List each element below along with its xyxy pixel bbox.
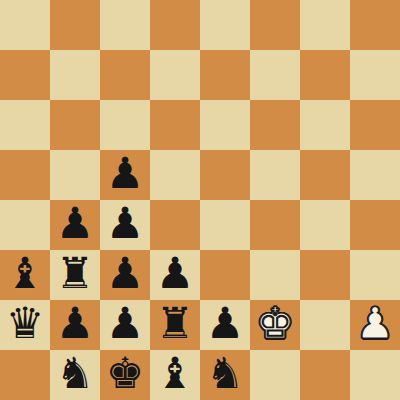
- square-e1[interactable]: ♞: [200, 350, 250, 400]
- square-a4[interactable]: [0, 200, 50, 250]
- chess-board: ♟♟♟♝♜♟♟♛♟♟♜♟♚♟♞♚♝♞: [0, 0, 400, 400]
- square-d2[interactable]: ♜: [150, 300, 200, 350]
- square-a7[interactable]: [0, 50, 50, 100]
- square-b2[interactable]: ♟: [50, 300, 100, 350]
- square-c2[interactable]: ♟: [100, 300, 150, 350]
- square-h4[interactable]: [350, 200, 400, 250]
- square-h7[interactable]: [350, 50, 400, 100]
- square-b7[interactable]: [50, 50, 100, 100]
- square-d5[interactable]: [150, 150, 200, 200]
- square-h2[interactable]: ♟: [350, 300, 400, 350]
- square-f3[interactable]: [250, 250, 300, 300]
- square-b5[interactable]: [50, 150, 100, 200]
- square-e2[interactable]: ♟: [200, 300, 250, 350]
- square-h8[interactable]: [350, 0, 400, 50]
- square-e4[interactable]: [200, 200, 250, 250]
- black-pawn[interactable]: ♟: [206, 298, 245, 348]
- square-c8[interactable]: [100, 0, 150, 50]
- square-f5[interactable]: [250, 150, 300, 200]
- square-a2[interactable]: ♛: [0, 300, 50, 350]
- black-pawn[interactable]: ♟: [106, 298, 145, 348]
- square-c7[interactable]: [100, 50, 150, 100]
- square-g1[interactable]: [300, 350, 350, 400]
- black-king[interactable]: ♚: [106, 348, 145, 398]
- square-f2[interactable]: ♚: [250, 300, 300, 350]
- black-bishop[interactable]: ♝: [6, 248, 45, 298]
- square-c6[interactable]: [100, 100, 150, 150]
- square-h3[interactable]: [350, 250, 400, 300]
- square-b8[interactable]: [50, 0, 100, 50]
- square-a3[interactable]: ♝: [0, 250, 50, 300]
- white-pawn[interactable]: ♟: [356, 298, 395, 348]
- black-pawn[interactable]: ♟: [56, 298, 95, 348]
- square-g8[interactable]: [300, 0, 350, 50]
- black-pawn[interactable]: ♟: [156, 248, 195, 298]
- square-a1[interactable]: [0, 350, 50, 400]
- square-a5[interactable]: [0, 150, 50, 200]
- square-f4[interactable]: [250, 200, 300, 250]
- square-f7[interactable]: [250, 50, 300, 100]
- black-bishop[interactable]: ♝: [156, 348, 195, 398]
- black-knight[interactable]: ♞: [206, 348, 245, 398]
- square-d4[interactable]: [150, 200, 200, 250]
- square-f1[interactable]: [250, 350, 300, 400]
- square-c1[interactable]: ♚: [100, 350, 150, 400]
- black-rook[interactable]: ♜: [56, 248, 95, 298]
- square-g6[interactable]: [300, 100, 350, 150]
- square-b6[interactable]: [50, 100, 100, 150]
- square-d1[interactable]: ♝: [150, 350, 200, 400]
- black-pawn[interactable]: ♟: [106, 148, 145, 198]
- square-g3[interactable]: [300, 250, 350, 300]
- square-g4[interactable]: [300, 200, 350, 250]
- square-e3[interactable]: [200, 250, 250, 300]
- black-pawn[interactable]: ♟: [56, 198, 95, 248]
- square-a8[interactable]: [0, 0, 50, 50]
- square-g2[interactable]: [300, 300, 350, 350]
- square-d3[interactable]: ♟: [150, 250, 200, 300]
- square-f8[interactable]: [250, 0, 300, 50]
- square-d6[interactable]: [150, 100, 200, 150]
- square-d8[interactable]: [150, 0, 200, 50]
- square-g5[interactable]: [300, 150, 350, 200]
- square-b1[interactable]: ♞: [50, 350, 100, 400]
- square-b4[interactable]: ♟: [50, 200, 100, 250]
- black-queen[interactable]: ♛: [6, 298, 45, 348]
- square-h5[interactable]: [350, 150, 400, 200]
- square-a6[interactable]: [0, 100, 50, 150]
- square-d7[interactable]: [150, 50, 200, 100]
- square-e6[interactable]: [200, 100, 250, 150]
- square-g7[interactable]: [300, 50, 350, 100]
- square-h6[interactable]: [350, 100, 400, 150]
- square-f6[interactable]: [250, 100, 300, 150]
- white-king[interactable]: ♚: [256, 298, 295, 348]
- black-rook[interactable]: ♜: [156, 298, 195, 348]
- square-h1[interactable]: [350, 350, 400, 400]
- square-c3[interactable]: ♟: [100, 250, 150, 300]
- square-c5[interactable]: ♟: [100, 150, 150, 200]
- black-pawn[interactable]: ♟: [106, 248, 145, 298]
- square-c4[interactable]: ♟: [100, 200, 150, 250]
- square-e7[interactable]: [200, 50, 250, 100]
- black-knight[interactable]: ♞: [56, 348, 95, 398]
- square-e8[interactable]: [200, 0, 250, 50]
- square-e5[interactable]: [200, 150, 250, 200]
- black-pawn[interactable]: ♟: [106, 198, 145, 248]
- square-b3[interactable]: ♜: [50, 250, 100, 300]
